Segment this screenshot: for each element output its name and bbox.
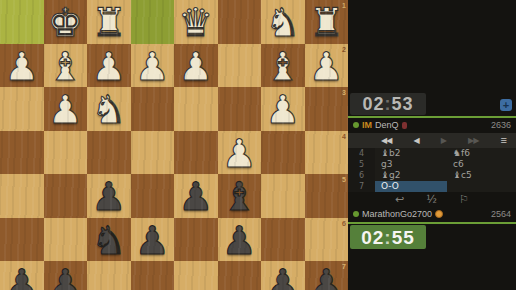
square-h6[interactable] <box>0 218 44 262</box>
black-pawn-piece[interactable]: ♟ <box>261 261 305 290</box>
square-g1[interactable]: ♚ <box>44 0 88 44</box>
player-name-link[interactable]: MarathonGo2700 <box>362 209 432 219</box>
rank-coordinate-4: 4 <box>342 133 346 140</box>
game-side-panel: 02:53 + IM DenQ 2636 ◀◀◀▶▶▶≡ 4♝b2♞f65g3c… <box>348 0 516 290</box>
square-b1[interactable]: ♞ <box>261 0 305 44</box>
square-d1[interactable]: ♛ <box>174 0 218 44</box>
move-5-black[interactable]: c6 <box>447 159 516 170</box>
player-rating: 2636 <box>491 120 511 130</box>
square-b2[interactable]: ♝ <box>261 44 305 88</box>
square-g5[interactable] <box>44 174 88 218</box>
square-b5[interactable] <box>261 174 305 218</box>
square-h2[interactable]: ♟ <box>0 44 44 88</box>
white-pawn-piece[interactable]: ♟ <box>218 131 262 176</box>
black-bishop-piece[interactable]: ♝ <box>218 174 262 219</box>
rank-coordinate-2: 2 <box>342 46 346 53</box>
add-time-button[interactable]: + <box>500 99 512 111</box>
square-c6[interactable]: ♟ <box>218 218 262 262</box>
square-h5[interactable] <box>0 174 44 218</box>
white-bishop-piece[interactable]: ♝ <box>261 44 305 89</box>
streamer-mic-icon <box>402 122 407 129</box>
white-bishop-piece[interactable]: ♝ <box>44 44 88 89</box>
rank-coordinate-6: 6 <box>342 220 346 227</box>
rank-coordinate-7: 7 <box>342 263 346 270</box>
move-navigation-bar: ◀◀◀▶▶▶≡ <box>348 133 516 148</box>
square-e7[interactable] <box>131 261 175 290</box>
white-pawn-piece[interactable]: ♟ <box>131 44 175 89</box>
move-6-black[interactable]: ♝c5 <box>447 170 516 181</box>
square-d4[interactable] <box>174 131 218 175</box>
white-rook-piece[interactable]: ♜ <box>87 0 131 45</box>
player-row-black: MarathonGo2700 2564 <box>348 207 516 221</box>
white-pawn-piece[interactable]: ♟ <box>261 87 305 132</box>
square-b3[interactable]: ♟ <box>261 87 305 131</box>
white-knight-piece[interactable]: ♞ <box>261 0 305 45</box>
white-king-piece[interactable]: ♚ <box>44 0 88 45</box>
white-knight-piece[interactable]: ♞ <box>87 87 131 132</box>
player-rating: 2564 <box>491 209 511 219</box>
square-e5[interactable] <box>131 174 175 218</box>
square-c3[interactable] <box>218 87 262 131</box>
online-dot-icon <box>353 122 359 128</box>
move-7-black[interactable] <box>447 181 516 192</box>
square-g2[interactable]: ♝ <box>44 44 88 88</box>
black-pawn-piece[interactable]: ♟ <box>174 174 218 219</box>
nav-menu-button[interactable]: ≡ <box>501 133 507 148</box>
nav-prev-button[interactable]: ◀ <box>413 133 418 148</box>
square-g4[interactable] <box>44 131 88 175</box>
nav-last-button[interactable]: ▶▶ <box>468 133 478 148</box>
square-f2[interactable]: ♟ <box>87 44 131 88</box>
square-e6[interactable]: ♟ <box>131 218 175 262</box>
black-player-clock-active: 02:55 <box>350 225 426 249</box>
move-number: 5 <box>348 159 375 170</box>
square-h1[interactable] <box>0 0 44 44</box>
white-pawn-piece[interactable]: ♟ <box>0 44 44 89</box>
move-number: 4 <box>348 148 375 159</box>
square-d2[interactable]: ♟ <box>174 44 218 88</box>
separator-line <box>348 222 516 224</box>
move-6-white[interactable]: ♝g2 <box>375 170 447 181</box>
resign-button[interactable]: ⚐ <box>459 192 469 208</box>
move-4-black[interactable]: ♞f6 <box>447 148 516 159</box>
black-pawn-piece[interactable]: ♟ <box>131 218 175 263</box>
square-f5[interactable]: ♟ <box>87 174 131 218</box>
online-dot-icon <box>353 211 359 217</box>
square-b4[interactable] <box>261 131 305 175</box>
rank-coordinate-3: 3 <box>342 89 346 96</box>
move-5-white[interactable]: g3 <box>375 159 447 170</box>
square-e4[interactable] <box>131 131 175 175</box>
rank-coordinate-5: 5 <box>342 176 346 183</box>
square-h7[interactable]: ♟ <box>0 261 44 290</box>
square-f3[interactable]: ♞ <box>87 87 131 131</box>
move-4-white[interactable]: ♝b2 <box>375 148 447 159</box>
square-b6[interactable] <box>261 218 305 262</box>
lichess-game-screen: ♚♜♛♞♜♟♝♟♟♟♝♟♟♞♟♟♟♟♝♞♟♟♟♟♟♟♜♚♛♝♞♜1234567 … <box>0 0 516 290</box>
square-c2[interactable] <box>218 44 262 88</box>
game-action-bar: ↩½⚐ <box>348 192 516 208</box>
square-d3[interactable] <box>174 87 218 131</box>
black-pawn-piece[interactable]: ♟ <box>0 261 44 290</box>
move-number: 7 <box>348 181 375 192</box>
square-d7[interactable] <box>174 261 218 290</box>
square-g7[interactable]: ♟ <box>44 261 88 290</box>
player-row-white: IM DenQ 2636 <box>348 118 516 132</box>
square-c5[interactable]: ♝ <box>218 174 262 218</box>
square-f1[interactable]: ♜ <box>87 0 131 44</box>
nav-first-button[interactable]: ◀◀ <box>381 133 391 148</box>
rank-coordinate-1: 1 <box>342 2 346 9</box>
square-d6[interactable] <box>174 218 218 262</box>
white-pawn-piece[interactable]: ♟ <box>44 87 88 132</box>
square-f7[interactable] <box>87 261 131 290</box>
white-player-clock: 02:53 <box>350 93 426 115</box>
black-knight-piece[interactable]: ♞ <box>87 218 131 263</box>
emoji-flair-icon <box>435 210 443 218</box>
square-e2[interactable]: ♟ <box>131 44 175 88</box>
square-f4[interactable] <box>87 131 131 175</box>
square-h3[interactable] <box>0 87 44 131</box>
square-g3[interactable]: ♟ <box>44 87 88 131</box>
square-c7[interactable] <box>218 261 262 290</box>
square-b7[interactable]: ♟ <box>261 261 305 290</box>
nav-next-button[interactable]: ▶ <box>441 133 446 148</box>
white-pawn-piece[interactable]: ♟ <box>174 44 218 89</box>
move-number: 6 <box>348 170 375 181</box>
square-e1[interactable] <box>131 0 175 44</box>
white-queen-piece[interactable]: ♛ <box>174 0 218 45</box>
player-title: IM <box>362 120 372 130</box>
draw-offer-button[interactable]: ½ <box>426 192 437 208</box>
square-c4[interactable]: ♟ <box>218 131 262 175</box>
chess-board[interactable]: ♚♜♛♞♜♟♝♟♟♟♝♟♟♞♟♟♟♟♝♞♟♟♟♟♟♟♜♚♛♝♞♜1234567 <box>0 0 348 290</box>
move-7-white-active[interactable]: O-O <box>375 181 447 192</box>
white-pawn-piece[interactable]: ♟ <box>87 44 131 89</box>
square-e3[interactable] <box>131 87 175 131</box>
square-d5[interactable]: ♟ <box>174 174 218 218</box>
square-c1[interactable] <box>218 0 262 44</box>
player-name-link[interactable]: DenQ <box>375 120 399 130</box>
square-g6[interactable] <box>44 218 88 262</box>
black-pawn-piece[interactable]: ♟ <box>218 218 262 263</box>
square-h4[interactable] <box>0 131 44 175</box>
black-pawn-piece[interactable]: ♟ <box>44 261 88 290</box>
move-list: 4♝b2♞f65g3c66♝g2♝c57O-O <box>348 148 516 192</box>
black-pawn-piece[interactable]: ♟ <box>87 174 131 219</box>
takeback-button[interactable]: ↩ <box>395 192 404 208</box>
square-f6[interactable]: ♞ <box>87 218 131 262</box>
